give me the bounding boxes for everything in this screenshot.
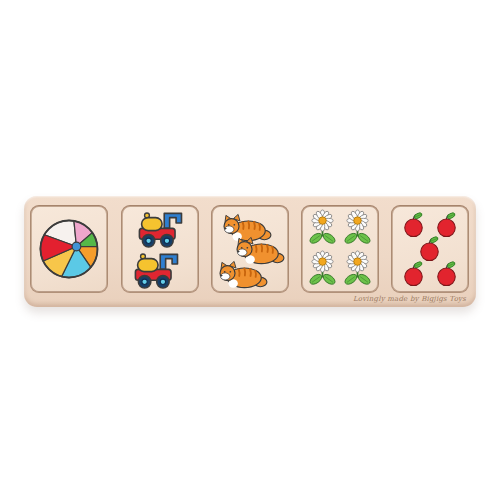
cat-icon bbox=[217, 260, 269, 290]
train-icon bbox=[134, 209, 188, 250]
flower-icon bbox=[307, 250, 338, 290]
slot-3 bbox=[211, 205, 289, 293]
flower-icon bbox=[307, 209, 338, 249]
apple-icon bbox=[434, 260, 459, 287]
tile-cat[interactable] bbox=[213, 207, 287, 291]
apple-icon bbox=[401, 211, 426, 238]
apple-icon bbox=[434, 211, 459, 238]
slot-1 bbox=[30, 205, 108, 293]
slot-2 bbox=[121, 205, 199, 293]
tile-ball[interactable] bbox=[32, 207, 106, 291]
apple-icon bbox=[417, 235, 442, 262]
brand-text: Lovingly made by Bigjigs Toys bbox=[353, 293, 466, 305]
slot-4 bbox=[301, 205, 379, 293]
slot-5 bbox=[391, 205, 469, 293]
tile-apple[interactable] bbox=[393, 207, 467, 291]
tile-train[interactable] bbox=[123, 207, 197, 291]
ball-icon bbox=[38, 218, 100, 280]
apple-icon bbox=[401, 260, 426, 287]
flower-icon bbox=[342, 250, 373, 290]
tile-flower[interactable] bbox=[303, 207, 377, 291]
puzzle-board: Lovingly made by Bigjigs Toys bbox=[24, 196, 476, 307]
train-icon bbox=[130, 250, 184, 291]
flower-icon bbox=[342, 209, 373, 249]
